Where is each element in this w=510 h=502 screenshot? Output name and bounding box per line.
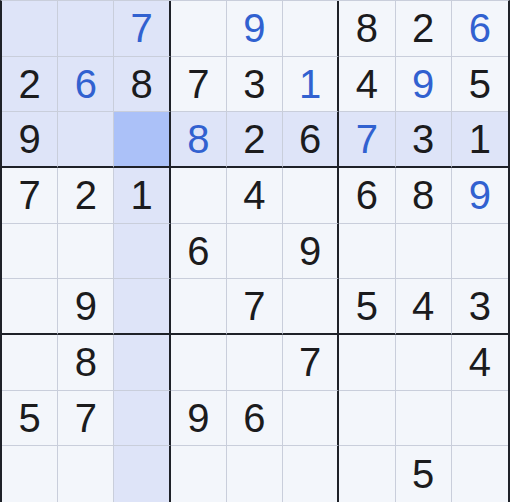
cell-r9c4[interactable] <box>171 446 227 502</box>
cell-r4c4[interactable] <box>171 168 227 224</box>
cell-r5c4[interactable]: 6 <box>171 224 227 280</box>
cell-r3c8[interactable]: 3 <box>396 112 452 168</box>
cell-r2c2[interactable]: 6 <box>58 57 114 113</box>
cell-r8c5[interactable]: 6 <box>227 391 283 447</box>
cell-r7c5[interactable] <box>227 335 283 391</box>
cell-r2c5[interactable]: 3 <box>227 57 283 113</box>
digit-value: 8 <box>130 64 152 104</box>
digit-value: 8 <box>356 8 378 48</box>
digit-value: 1 <box>469 119 491 159</box>
cell-r3c4[interactable]: 8 <box>171 112 227 168</box>
cell-r1c4[interactable] <box>171 1 227 57</box>
cell-r3c6[interactable]: 6 <box>283 112 339 168</box>
cell-r4c7[interactable]: 6 <box>339 168 395 224</box>
cell-r8c7[interactable] <box>339 391 395 447</box>
cell-r3c1[interactable]: 9 <box>2 112 58 168</box>
cell-r4c6[interactable] <box>283 168 339 224</box>
cell-r1c6[interactable] <box>283 1 339 57</box>
cell-r7c9[interactable]: 4 <box>452 335 508 391</box>
cell-r4c1[interactable]: 7 <box>2 168 58 224</box>
digit-value: 8 <box>412 175 434 215</box>
cell-r4c2[interactable]: 2 <box>58 168 114 224</box>
cell-r2c9[interactable]: 5 <box>452 57 508 113</box>
digit-value: 1 <box>299 64 321 104</box>
digit-value: 7 <box>356 119 378 159</box>
cell-r9c3[interactable] <box>114 446 170 502</box>
digit-value: 7 <box>75 398 97 438</box>
digit-value: 2 <box>18 64 40 104</box>
digit-value: 7 <box>299 342 321 382</box>
digit-value: 4 <box>469 342 491 382</box>
cell-r8c2[interactable]: 7 <box>58 391 114 447</box>
cell-r9c7[interactable] <box>339 446 395 502</box>
cell-r7c8[interactable] <box>396 335 452 391</box>
digit-value: 5 <box>469 64 491 104</box>
cell-r2c8[interactable]: 9 <box>396 57 452 113</box>
cell-r6c3[interactable] <box>114 279 170 335</box>
digit-value: 3 <box>412 119 434 159</box>
cell-r6c5[interactable]: 7 <box>227 279 283 335</box>
digit-value: 5 <box>18 398 40 438</box>
digit-value: 6 <box>243 398 265 438</box>
cell-r2c7[interactable]: 4 <box>339 57 395 113</box>
digit-value: 7 <box>130 8 152 48</box>
cell-r5c9[interactable] <box>452 224 508 280</box>
digit-value: 6 <box>75 64 97 104</box>
cell-r6c6[interactable] <box>283 279 339 335</box>
digit-value: 8 <box>75 342 97 382</box>
digit-value: 6 <box>356 175 378 215</box>
cell-r8c8[interactable] <box>396 391 452 447</box>
digit-value: 8 <box>187 119 209 159</box>
cell-r1c7[interactable]: 8 <box>339 1 395 57</box>
sudoku-board: 7982626873149598267317214689699754387457… <box>0 0 510 502</box>
digit-value: 9 <box>75 286 97 326</box>
cell-r6c1[interactable] <box>2 279 58 335</box>
cell-r8c4[interactable]: 9 <box>171 391 227 447</box>
digit-value: 7 <box>243 286 265 326</box>
cell-r8c6[interactable] <box>283 391 339 447</box>
cell-r7c1[interactable] <box>2 335 58 391</box>
digit-value: 6 <box>469 8 491 48</box>
cell-r9c5[interactable] <box>227 446 283 502</box>
cell-r5c3[interactable] <box>114 224 170 280</box>
cell-r1c8[interactable]: 2 <box>396 1 452 57</box>
cell-r1c3[interactable]: 7 <box>114 1 170 57</box>
cell-r1c5[interactable]: 9 <box>227 1 283 57</box>
cell-r9c2[interactable] <box>58 446 114 502</box>
cell-r6c8[interactable]: 4 <box>396 279 452 335</box>
cell-r6c7[interactable]: 5 <box>339 279 395 335</box>
digit-value: 2 <box>412 8 434 48</box>
cell-r9c1[interactable] <box>2 446 58 502</box>
cell-r5c7[interactable] <box>339 224 395 280</box>
cell-r3c2[interactable] <box>58 112 114 168</box>
cell-r1c1[interactable] <box>2 1 58 57</box>
digit-value: 9 <box>187 398 209 438</box>
cell-r2c4[interactable]: 7 <box>171 57 227 113</box>
digit-value: 9 <box>469 175 491 215</box>
cell-r3c7[interactable]: 7 <box>339 112 395 168</box>
cell-r4c5[interactable]: 4 <box>227 168 283 224</box>
cell-r4c9[interactable]: 9 <box>452 168 508 224</box>
digit-value: 3 <box>243 64 265 104</box>
digit-value: 9 <box>412 64 434 104</box>
cell-r6c2[interactable]: 9 <box>58 279 114 335</box>
cell-r8c9[interactable] <box>452 391 508 447</box>
digit-value: 2 <box>243 119 265 159</box>
digit-value: 9 <box>299 231 321 271</box>
cell-r4c8[interactable]: 8 <box>396 168 452 224</box>
cell-r3c3[interactable] <box>114 112 170 168</box>
digit-value: 3 <box>469 286 491 326</box>
cell-r1c2[interactable] <box>58 1 114 57</box>
digit-value: 4 <box>412 286 434 326</box>
cell-r4c3[interactable]: 1 <box>114 168 170 224</box>
cell-r2c6[interactable]: 1 <box>283 57 339 113</box>
cell-r9c9[interactable] <box>452 446 508 502</box>
cell-r5c1[interactable] <box>2 224 58 280</box>
digit-value: 9 <box>243 8 265 48</box>
digit-value: 5 <box>412 454 434 494</box>
cell-r2c3[interactable]: 8 <box>114 57 170 113</box>
digit-value: 6 <box>187 231 209 271</box>
cell-r6c4[interactable] <box>171 279 227 335</box>
digit-value: 5 <box>356 286 378 326</box>
cell-r9c8[interactable]: 5 <box>396 446 452 502</box>
digit-value: 4 <box>243 175 265 215</box>
cell-r5c5[interactable] <box>227 224 283 280</box>
cell-r5c8[interactable] <box>396 224 452 280</box>
cell-r7c6[interactable]: 7 <box>283 335 339 391</box>
cell-r3c5[interactable]: 2 <box>227 112 283 168</box>
digit-value: 7 <box>187 64 209 104</box>
cell-r6c9[interactable]: 3 <box>452 279 508 335</box>
cell-r3c9[interactable]: 1 <box>452 112 508 168</box>
cell-r8c3[interactable] <box>114 391 170 447</box>
cell-r8c1[interactable]: 5 <box>2 391 58 447</box>
cell-r7c7[interactable] <box>339 335 395 391</box>
digit-value: 1 <box>130 175 152 215</box>
digit-value: 2 <box>75 175 97 215</box>
digit-value: 4 <box>356 64 378 104</box>
cell-r1c9[interactable]: 6 <box>452 1 508 57</box>
cell-r5c6[interactable]: 9 <box>283 224 339 280</box>
cell-r2c1[interactable]: 2 <box>2 57 58 113</box>
digit-value: 6 <box>299 119 321 159</box>
cell-r7c2[interactable]: 8 <box>58 335 114 391</box>
cell-r7c3[interactable] <box>114 335 170 391</box>
cell-r7c4[interactable] <box>171 335 227 391</box>
digit-value: 7 <box>18 175 40 215</box>
cell-r5c2[interactable] <box>58 224 114 280</box>
digit-value: 9 <box>18 119 40 159</box>
cell-r9c6[interactable] <box>283 446 339 502</box>
